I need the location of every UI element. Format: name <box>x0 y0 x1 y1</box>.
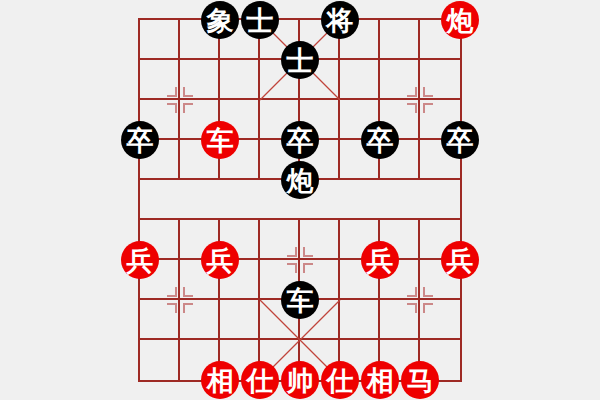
board-cell <box>140 20 180 60</box>
piece-red-chariot[interactable]: 车 <box>201 121 239 159</box>
board-cell <box>340 300 380 340</box>
board-cell <box>140 60 180 100</box>
board-cell <box>140 180 180 220</box>
piece-red-soldier[interactable]: 兵 <box>361 241 399 279</box>
board-cell <box>180 60 220 100</box>
board-cell <box>380 300 420 340</box>
piece-red-general[interactable]: 帅 <box>281 361 319 399</box>
piece-red-advisor[interactable]: 仕 <box>241 361 279 399</box>
piece-red-advisor[interactable]: 仕 <box>321 361 359 399</box>
board-cell <box>340 180 380 220</box>
piece-red-elephant[interactable]: 相 <box>361 361 399 399</box>
board-cell <box>220 180 260 220</box>
piece-black-chariot[interactable]: 车 <box>281 281 319 319</box>
board-cell <box>380 180 420 220</box>
piece-red-cannon[interactable]: 炮 <box>441 1 479 39</box>
board-cell <box>420 300 460 340</box>
board-cell <box>260 220 300 260</box>
board-cell <box>300 220 340 260</box>
board-cell <box>380 60 420 100</box>
board-cell <box>180 180 220 220</box>
xiangqi-board: 象士将炮士卒车卒卒卒炮兵兵兵兵车相仕帅仕相马 <box>0 0 600 400</box>
board-cell <box>420 60 460 100</box>
piece-black-general[interactable]: 将 <box>321 1 359 39</box>
board-cell <box>140 300 180 340</box>
piece-black-advisor[interactable]: 士 <box>281 41 319 79</box>
piece-red-elephant[interactable]: 相 <box>201 361 239 399</box>
piece-black-elephant[interactable]: 象 <box>201 1 239 39</box>
board-cell <box>180 300 220 340</box>
board-cell <box>340 60 380 100</box>
piece-black-cannon[interactable]: 炮 <box>281 161 319 199</box>
board-cell <box>380 20 420 60</box>
piece-black-soldier[interactable]: 卒 <box>281 121 319 159</box>
piece-red-soldier[interactable]: 兵 <box>441 241 479 279</box>
piece-black-soldier[interactable]: 卒 <box>361 121 399 159</box>
board-cell <box>220 60 260 100</box>
piece-black-soldier[interactable]: 卒 <box>441 121 479 159</box>
piece-black-advisor[interactable]: 士 <box>241 1 279 39</box>
board-cell <box>140 340 180 380</box>
piece-red-horse[interactable]: 马 <box>401 361 439 399</box>
piece-black-soldier[interactable]: 卒 <box>121 121 159 159</box>
board-cell <box>220 300 260 340</box>
piece-red-soldier[interactable]: 兵 <box>201 241 239 279</box>
piece-red-soldier[interactable]: 兵 <box>121 241 159 279</box>
board-cell <box>420 180 460 220</box>
